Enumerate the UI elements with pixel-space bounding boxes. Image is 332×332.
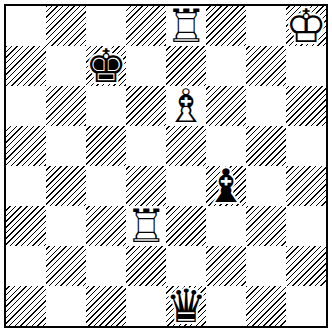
square-f7[interactable] [206,46,246,86]
square-f4[interactable]: ♝♝ [206,166,246,206]
square-c1[interactable] [86,286,126,326]
square-a5[interactable] [6,126,46,166]
square-c4[interactable] [86,166,126,206]
square-b4[interactable] [46,166,86,206]
square-f5[interactable] [206,126,246,166]
square-c5[interactable] [86,126,126,166]
square-c2[interactable] [86,246,126,286]
piece-black-king-c7[interactable]: ♚♚ [86,46,126,86]
square-h5[interactable] [286,126,326,166]
square-f8[interactable] [206,6,246,46]
chess-diagram: ♜♖♚♔♚♚♝♗♝♝♜♖♛♛ [0,0,332,332]
square-d8[interactable] [126,6,166,46]
square-b1[interactable] [46,286,86,326]
square-c7[interactable]: ♚♚ [86,46,126,86]
square-g7[interactable] [246,46,286,86]
square-d5[interactable] [126,126,166,166]
square-e7[interactable] [166,46,206,86]
piece-glyph: ♚ [85,43,126,89]
piece-halo: ♚ [285,3,326,49]
square-g1[interactable] [246,286,286,326]
square-d3[interactable]: ♜♖ [126,206,166,246]
square-g3[interactable] [246,206,286,246]
piece-halo: ♝ [205,163,246,209]
square-c3[interactable] [86,206,126,246]
square-h1[interactable] [286,286,326,326]
square-a2[interactable] [6,246,46,286]
piece-halo: ♛ [165,283,206,329]
piece-glyph: ♗ [165,83,206,129]
piece-white-rook-d3[interactable]: ♜♖ [126,206,166,246]
square-d4[interactable] [126,166,166,206]
square-f1[interactable] [206,286,246,326]
square-g6[interactable] [246,86,286,126]
piece-black-queen-e1[interactable]: ♛♛ [166,286,206,326]
square-b5[interactable] [46,126,86,166]
piece-glyph: ♔ [285,3,326,49]
piece-white-king-h8[interactable]: ♚♔ [286,6,326,46]
piece-white-rook-e8[interactable]: ♜♖ [166,6,206,46]
square-a7[interactable] [6,46,46,86]
square-a3[interactable] [6,206,46,246]
square-h6[interactable] [286,86,326,126]
square-d2[interactable] [126,246,166,286]
chess-board: ♜♖♚♔♚♚♝♗♝♝♜♖♛♛ [4,4,328,328]
piece-halo: ♜ [165,3,206,49]
square-a4[interactable] [6,166,46,206]
square-b8[interactable] [46,6,86,46]
square-e3[interactable] [166,206,206,246]
square-e1[interactable]: ♛♛ [166,286,206,326]
square-a6[interactable] [6,86,46,126]
square-b3[interactable] [46,206,86,246]
piece-glyph: ♝ [205,163,246,209]
square-h8[interactable]: ♚♔ [286,6,326,46]
square-h3[interactable] [286,206,326,246]
square-d6[interactable] [126,86,166,126]
piece-halo: ♜ [125,203,166,249]
square-h7[interactable] [286,46,326,86]
square-g8[interactable] [246,6,286,46]
square-g4[interactable] [246,166,286,206]
piece-glyph: ♖ [125,203,166,249]
square-h4[interactable] [286,166,326,206]
piece-halo: ♝ [165,83,206,129]
square-c6[interactable] [86,86,126,126]
square-h2[interactable] [286,246,326,286]
square-g5[interactable] [246,126,286,166]
square-e2[interactable] [166,246,206,286]
square-e6[interactable]: ♝♗ [166,86,206,126]
square-b7[interactable] [46,46,86,86]
piece-black-bishop-f4[interactable]: ♝♝ [206,166,246,206]
square-b2[interactable] [46,246,86,286]
piece-glyph: ♖ [165,3,206,49]
square-e8[interactable]: ♜♖ [166,6,206,46]
square-f3[interactable] [206,206,246,246]
square-a1[interactable] [6,286,46,326]
piece-white-bishop-e6[interactable]: ♝♗ [166,86,206,126]
square-f2[interactable] [206,246,246,286]
square-d7[interactable] [126,46,166,86]
square-e5[interactable] [166,126,206,166]
square-d1[interactable] [126,286,166,326]
piece-halo: ♚ [85,43,126,89]
square-b6[interactable] [46,86,86,126]
square-c8[interactable] [86,6,126,46]
square-a8[interactable] [6,6,46,46]
square-f6[interactable] [206,86,246,126]
square-g2[interactable] [246,246,286,286]
piece-glyph: ♛ [165,283,206,329]
square-e4[interactable] [166,166,206,206]
